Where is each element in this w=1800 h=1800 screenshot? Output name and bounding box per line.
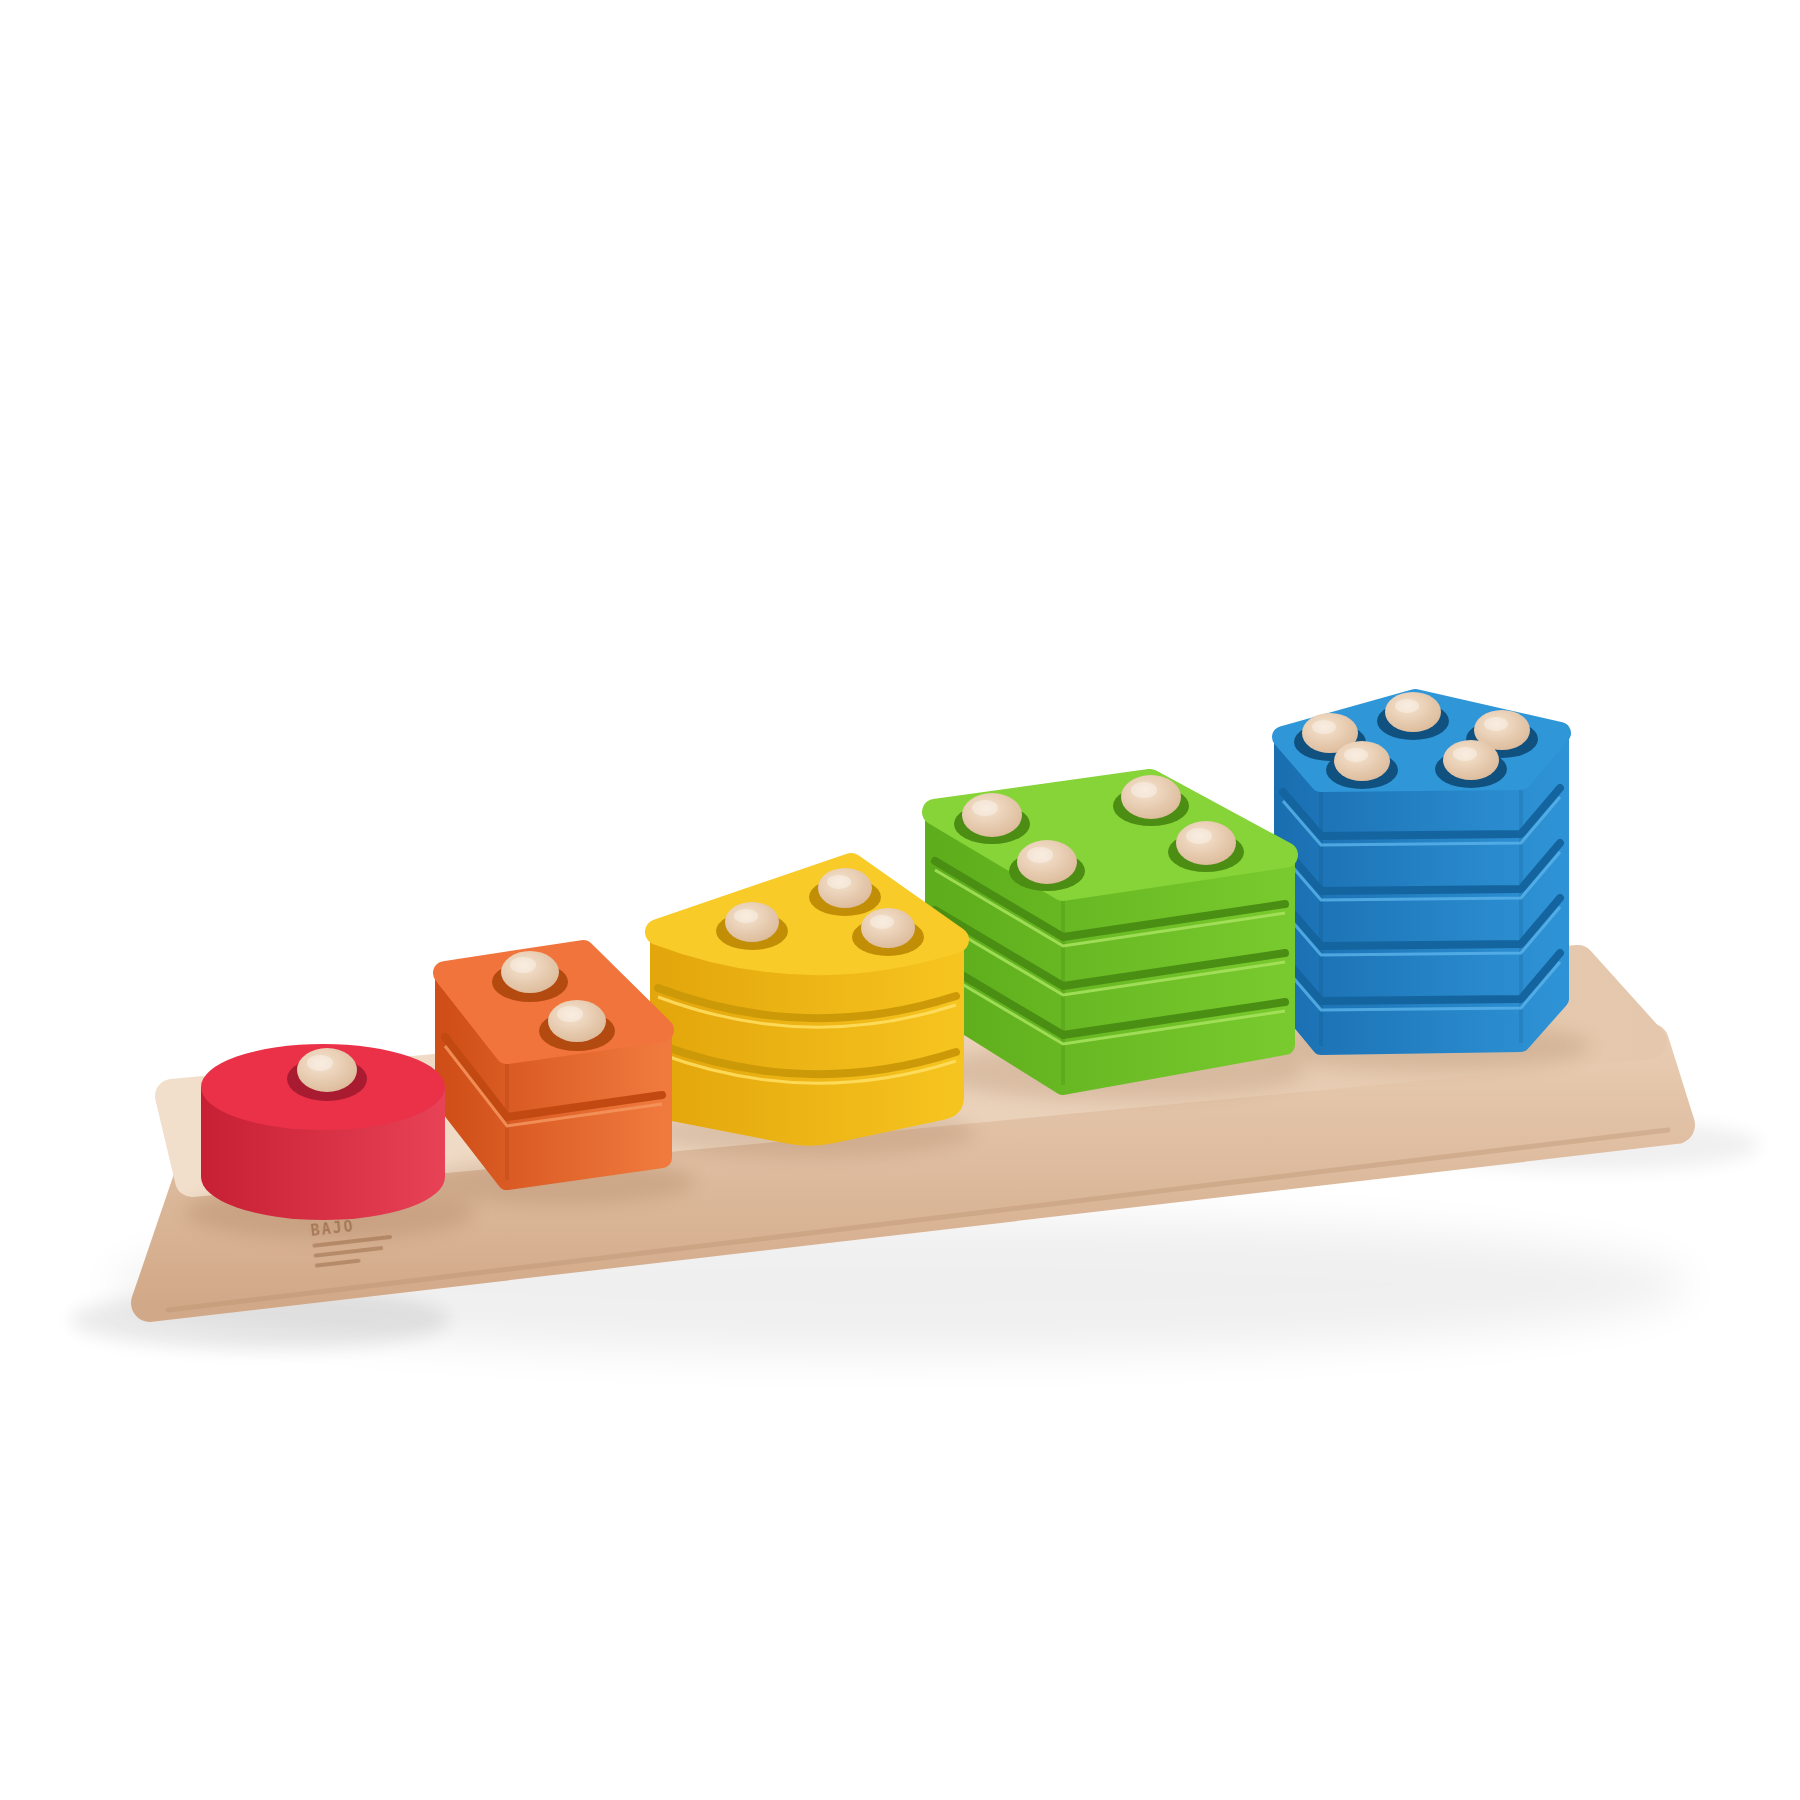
peg-highlight	[307, 1055, 333, 1071]
peg-highlight	[827, 875, 851, 889]
peg-highlight	[870, 915, 894, 929]
yellow-triangle-stack	[658, 866, 956, 1138]
peg-dome	[962, 793, 1022, 837]
peg-highlight	[557, 1006, 583, 1022]
peg-highlight	[1453, 747, 1477, 761]
peg-dome	[1176, 821, 1236, 865]
peg-dome	[501, 951, 559, 993]
peg-highlight	[1312, 720, 1336, 734]
peg-dome	[1121, 775, 1181, 819]
peg-highlight	[734, 909, 758, 923]
peg-highlight	[1027, 847, 1053, 863]
blue-pentagon-stack	[1283, 692, 1560, 1046]
peg-dome	[548, 1000, 606, 1042]
peg-highlight	[1484, 717, 1508, 731]
peg-highlight	[972, 800, 998, 816]
product-photo: Wooden counting and shape-sorting stacke…	[0, 0, 1800, 1800]
orange-rectangle-stack	[445, 951, 662, 1180]
toy-scene: Wooden counting and shape-sorting stacke…	[0, 0, 1800, 1800]
peg-highlight	[510, 957, 536, 973]
green-square-stack	[935, 775, 1285, 1085]
red-circle-stack	[201, 1044, 445, 1220]
peg-dome	[1017, 840, 1077, 884]
peg-highlight	[1395, 699, 1419, 713]
peg-dome	[297, 1048, 357, 1092]
peg-highlight	[1344, 748, 1368, 762]
peg-highlight	[1186, 828, 1212, 844]
peg-highlight	[1131, 782, 1157, 798]
